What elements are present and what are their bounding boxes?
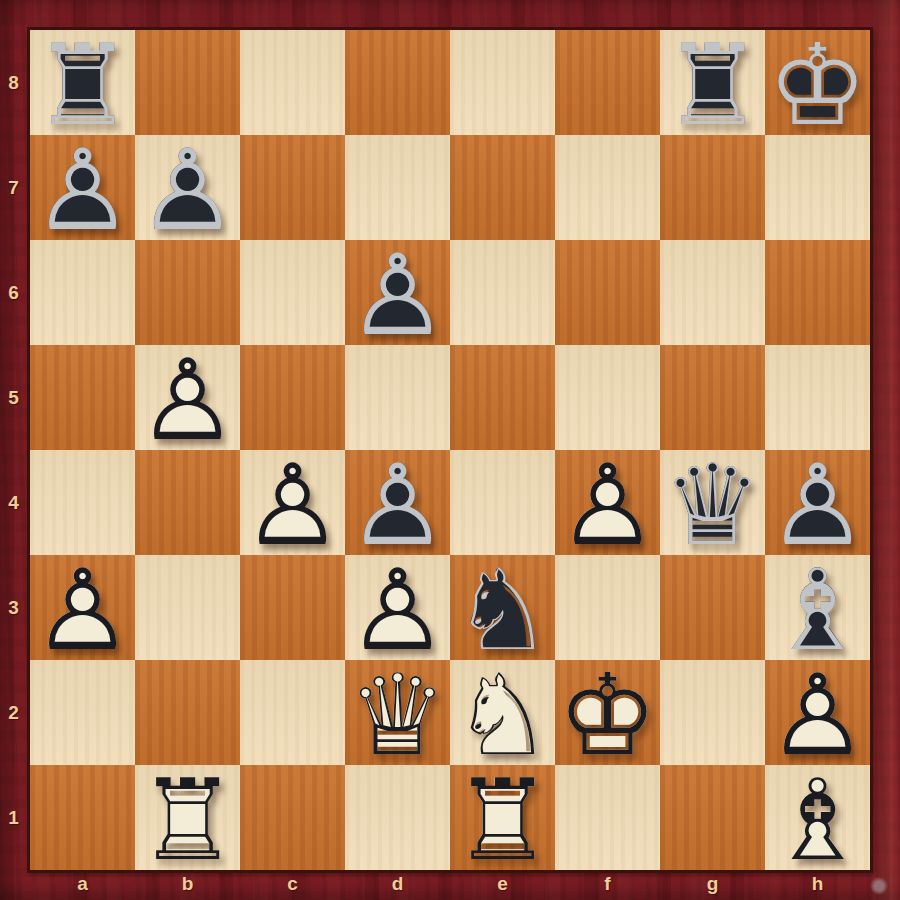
- square-b7[interactable]: ♟♙: [135, 135, 240, 240]
- white-pawn-icon: ♟: [240, 452, 345, 557]
- square-h7[interactable]: [765, 135, 870, 240]
- white-pawn-outline-icon: ♙: [240, 452, 345, 557]
- black-pawn-icon: ♟: [345, 452, 450, 557]
- square-c8[interactable]: [240, 30, 345, 135]
- square-c4[interactable]: ♟♙: [240, 450, 345, 555]
- piece-white-rook-e1[interactable]: ♜♖: [450, 765, 555, 870]
- square-e6[interactable]: [450, 240, 555, 345]
- black-pawn-icon: ♟: [30, 137, 135, 242]
- black-pawn-icon: ♟: [765, 452, 870, 557]
- square-d5[interactable]: [345, 345, 450, 450]
- square-d8[interactable]: [345, 30, 450, 135]
- white-king-outline-icon: ♔: [555, 662, 660, 767]
- square-a3[interactable]: ♟♙: [30, 555, 135, 660]
- white-pawn-outline-icon: ♙: [765, 662, 870, 767]
- white-bishop-icon: ♝: [765, 767, 870, 872]
- square-f5[interactable]: [555, 345, 660, 450]
- square-e4[interactable]: [450, 450, 555, 555]
- file-label-g: g: [660, 870, 765, 900]
- square-d4[interactable]: ♟♙: [345, 450, 450, 555]
- square-a6[interactable]: [30, 240, 135, 345]
- white-pawn-icon: ♟: [555, 452, 660, 557]
- rank-label-7: 7: [0, 135, 27, 240]
- black-queen-icon: ♛: [660, 452, 765, 557]
- black-king-icon: ♚: [765, 32, 870, 137]
- square-f8[interactable]: [555, 30, 660, 135]
- white-queen-outline-icon: ♕: [345, 662, 450, 767]
- white-pawn-outline-icon: ♙: [30, 557, 135, 662]
- square-f3[interactable]: [555, 555, 660, 660]
- square-a8[interactable]: ♜♖: [30, 30, 135, 135]
- black-knight-outline-icon: ♘: [450, 557, 555, 662]
- square-b5[interactable]: ♟♙: [135, 345, 240, 450]
- square-d7[interactable]: [345, 135, 450, 240]
- square-f4[interactable]: ♟♙: [555, 450, 660, 555]
- square-e7[interactable]: [450, 135, 555, 240]
- piece-white-pawn-a3[interactable]: ♟♙: [30, 555, 135, 660]
- white-pawn-outline-icon: ♙: [555, 452, 660, 557]
- square-a4[interactable]: [30, 450, 135, 555]
- square-h8[interactable]: ♚♔: [765, 30, 870, 135]
- piece-white-queen-d2[interactable]: ♛♕: [345, 660, 450, 765]
- square-d1[interactable]: [345, 765, 450, 870]
- square-g1[interactable]: [660, 765, 765, 870]
- file-label-h: h: [765, 870, 870, 900]
- square-f7[interactable]: [555, 135, 660, 240]
- rank-label-8: 8: [0, 30, 27, 135]
- square-c7[interactable]: [240, 135, 345, 240]
- piece-black-king-h8[interactable]: ♚♔: [765, 30, 870, 135]
- black-pawn-outline-icon: ♙: [30, 137, 135, 242]
- white-pawn-icon: ♟: [345, 557, 450, 662]
- piece-black-bishop-h3[interactable]: ♝♗: [765, 555, 870, 660]
- board: ♜♖♜♖♚♔♟♙♟♙♟♙♟♙♟♙♟♙♟♙♛♕♟♙♟♙♟♙♞♘♝♗♛♕♞♘♚♔♟♙…: [30, 30, 870, 870]
- black-rook-outline-icon: ♖: [30, 32, 135, 137]
- square-e5[interactable]: [450, 345, 555, 450]
- square-c3[interactable]: [240, 555, 345, 660]
- square-b8[interactable]: [135, 30, 240, 135]
- square-a7[interactable]: ♟♙: [30, 135, 135, 240]
- piece-white-knight-e2[interactable]: ♞♘: [450, 660, 555, 765]
- rank-label-1: 1: [0, 765, 27, 870]
- square-e8[interactable]: [450, 30, 555, 135]
- black-bishop-icon: ♝: [765, 557, 870, 662]
- black-bishop-outline-icon: ♗: [765, 557, 870, 662]
- piece-white-king-f2[interactable]: ♚♔: [555, 660, 660, 765]
- square-c6[interactable]: [240, 240, 345, 345]
- square-b1[interactable]: ♜♖: [135, 765, 240, 870]
- white-rook-icon: ♜: [450, 767, 555, 872]
- file-label-a: a: [30, 870, 135, 900]
- square-e3[interactable]: ♞♘: [450, 555, 555, 660]
- square-a5[interactable]: [30, 345, 135, 450]
- piece-white-pawn-f4[interactable]: ♟♙: [555, 450, 660, 555]
- white-knight-icon: ♞: [450, 662, 555, 767]
- file-label-f: f: [555, 870, 660, 900]
- square-h2[interactable]: ♟♙: [765, 660, 870, 765]
- file-label-e: e: [450, 870, 555, 900]
- square-c2[interactable]: [240, 660, 345, 765]
- white-pawn-icon: ♟: [30, 557, 135, 662]
- square-h5[interactable]: [765, 345, 870, 450]
- piece-black-pawn-b7[interactable]: ♟♙: [135, 135, 240, 240]
- piece-black-knight-e3[interactable]: ♞♘: [450, 555, 555, 660]
- piece-white-pawn-h2[interactable]: ♟♙: [765, 660, 870, 765]
- square-h1[interactable]: ♝♗: [765, 765, 870, 870]
- square-g4[interactable]: ♛♕: [660, 450, 765, 555]
- black-rook-icon: ♜: [30, 32, 135, 137]
- black-pawn-icon: ♟: [345, 242, 450, 347]
- piece-white-pawn-b5[interactable]: ♟♙: [135, 345, 240, 450]
- square-b6[interactable]: [135, 240, 240, 345]
- white-pawn-outline-icon: ♙: [135, 347, 240, 452]
- square-g5[interactable]: [660, 345, 765, 450]
- piece-black-rook-g8[interactable]: ♜♖: [660, 30, 765, 135]
- square-g6[interactable]: [660, 240, 765, 345]
- board-frame: ♜♖♜♖♚♔♟♙♟♙♟♙♟♙♟♙♟♙♟♙♛♕♟♙♟♙♟♙♞♘♝♗♛♕♞♘♚♔♟♙…: [27, 27, 873, 873]
- white-pawn-outline-icon: ♙: [345, 557, 450, 662]
- piece-black-queen-g4[interactable]: ♛♕: [660, 450, 765, 555]
- black-pawn-outline-icon: ♙: [765, 452, 870, 557]
- square-f6[interactable]: [555, 240, 660, 345]
- square-d6[interactable]: ♟♙: [345, 240, 450, 345]
- square-g3[interactable]: [660, 555, 765, 660]
- white-pawn-icon: ♟: [135, 347, 240, 452]
- rank-label-6: 6: [0, 240, 27, 345]
- rank-label-4: 4: [0, 450, 27, 555]
- square-d2[interactable]: ♛♕: [345, 660, 450, 765]
- piece-white-pawn-c4[interactable]: ♟♙: [240, 450, 345, 555]
- piece-white-pawn-d3[interactable]: ♟♙: [345, 555, 450, 660]
- square-a1[interactable]: [30, 765, 135, 870]
- square-c5[interactable]: [240, 345, 345, 450]
- square-g7[interactable]: [660, 135, 765, 240]
- square-h3[interactable]: ♝♗: [765, 555, 870, 660]
- corner-dot: [870, 877, 888, 895]
- square-a2[interactable]: [30, 660, 135, 765]
- square-h6[interactable]: [765, 240, 870, 345]
- square-h4[interactable]: ♟♙: [765, 450, 870, 555]
- white-king-icon: ♚: [555, 662, 660, 767]
- square-f1[interactable]: [555, 765, 660, 870]
- chess-diagram: 8 7 6 5 4 3 2 1 ♜♖♜♖♚♔♟♙♟♙♟♙♟♙♟♙♟♙♟♙♛♕♟♙…: [0, 0, 900, 900]
- square-b2[interactable]: [135, 660, 240, 765]
- piece-white-bishop-h1[interactable]: ♝♗: [765, 765, 870, 870]
- white-rook-outline-icon: ♖: [450, 767, 555, 872]
- square-b4[interactable]: [135, 450, 240, 555]
- piece-black-pawn-d4[interactable]: ♟♙: [345, 450, 450, 555]
- square-c1[interactable]: [240, 765, 345, 870]
- black-pawn-outline-icon: ♙: [345, 242, 450, 347]
- piece-black-pawn-a7[interactable]: ♟♙: [30, 135, 135, 240]
- white-pawn-icon: ♟: [765, 662, 870, 767]
- white-rook-outline-icon: ♖: [135, 767, 240, 872]
- piece-black-pawn-d6[interactable]: ♟♙: [345, 240, 450, 345]
- square-g8[interactable]: ♜♖: [660, 30, 765, 135]
- square-d3[interactable]: ♟♙: [345, 555, 450, 660]
- white-queen-icon: ♛: [345, 662, 450, 767]
- black-pawn-outline-icon: ♙: [345, 452, 450, 557]
- square-b3[interactable]: [135, 555, 240, 660]
- black-knight-icon: ♞: [450, 557, 555, 662]
- piece-white-rook-b1[interactable]: ♜♖: [135, 765, 240, 870]
- square-e2[interactable]: ♞♘: [450, 660, 555, 765]
- black-queen-outline-icon: ♕: [660, 452, 765, 557]
- file-label-d: d: [345, 870, 450, 900]
- black-rook-outline-icon: ♖: [660, 32, 765, 137]
- white-bishop-outline-icon: ♗: [765, 767, 870, 872]
- black-king-outline-icon: ♔: [765, 32, 870, 137]
- rank-label-3: 3: [0, 555, 27, 660]
- square-g2[interactable]: [660, 660, 765, 765]
- file-label-c: c: [240, 870, 345, 900]
- rank-label-5: 5: [0, 345, 27, 450]
- piece-black-pawn-h4[interactable]: ♟♙: [765, 450, 870, 555]
- file-label-b: b: [135, 870, 240, 900]
- black-rook-icon: ♜: [660, 32, 765, 137]
- white-knight-outline-icon: ♘: [450, 662, 555, 767]
- black-pawn-outline-icon: ♙: [135, 137, 240, 242]
- square-f2[interactable]: ♚♔: [555, 660, 660, 765]
- white-rook-icon: ♜: [135, 767, 240, 872]
- rank-label-2: 2: [0, 660, 27, 765]
- square-e1[interactable]: ♜♖: [450, 765, 555, 870]
- piece-black-rook-a8[interactable]: ♜♖: [30, 30, 135, 135]
- black-pawn-icon: ♟: [135, 137, 240, 242]
